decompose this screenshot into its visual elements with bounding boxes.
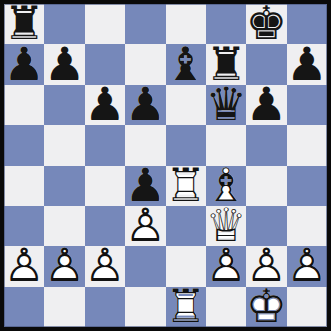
square-a6[interactable] bbox=[4, 85, 44, 125]
square-d4[interactable]: ♙♟ bbox=[125, 166, 165, 206]
white-bishop-fill-layer: ♝ bbox=[206, 165, 246, 205]
white-rook-fill-layer: ♜ bbox=[166, 286, 206, 326]
square-f6[interactable]: ♕♛ bbox=[206, 85, 246, 125]
square-c3[interactable] bbox=[85, 206, 125, 246]
square-e7[interactable]: ♗♝ bbox=[166, 44, 206, 84]
black-queen[interactable]: ♕♛ bbox=[206, 85, 246, 125]
square-c5[interactable] bbox=[85, 125, 125, 165]
square-f2[interactable]: ♟♙ bbox=[206, 246, 246, 286]
white-queen-icon: ♕ bbox=[206, 205, 246, 245]
square-e4[interactable]: ♜♖ bbox=[166, 166, 206, 206]
white-pawn-icon: ♙ bbox=[125, 205, 165, 245]
square-c7[interactable] bbox=[85, 44, 125, 84]
square-b8[interactable] bbox=[44, 4, 84, 44]
square-g1[interactable]: ♚♔ bbox=[246, 287, 286, 327]
white-pawn-icon: ♙ bbox=[246, 245, 286, 285]
white-pawn[interactable]: ♟♙ bbox=[206, 246, 246, 286]
black-rook[interactable]: ♖♜ bbox=[206, 44, 246, 84]
white-bishop[interactable]: ♝♗ bbox=[206, 166, 246, 206]
black-bishop-fill-layer: ♗ bbox=[166, 43, 206, 83]
board-frame: ♖♜♔♚♙♟♙♟♗♝♖♜♙♟♙♟♙♟♕♛♙♟♙♟♜♖♝♗♟♙♛♕♟♙♟♙♟♙♟♙… bbox=[0, 0, 331, 331]
black-pawn[interactable]: ♙♟ bbox=[125, 166, 165, 206]
white-pawn[interactable]: ♟♙ bbox=[4, 246, 44, 286]
square-h6[interactable] bbox=[287, 85, 327, 125]
white-pawn-icon: ♙ bbox=[4, 245, 44, 285]
square-d5[interactable] bbox=[125, 125, 165, 165]
black-pawn[interactable]: ♙♟ bbox=[125, 85, 165, 125]
black-queen-icon: ♛ bbox=[206, 84, 246, 124]
white-rook-icon: ♖ bbox=[166, 286, 206, 326]
square-f5[interactable] bbox=[206, 125, 246, 165]
square-h2[interactable]: ♟♙ bbox=[287, 246, 327, 286]
white-pawn[interactable]: ♟♙ bbox=[246, 246, 286, 286]
square-c2[interactable]: ♟♙ bbox=[85, 246, 125, 286]
black-pawn-fill-layer: ♙ bbox=[85, 84, 125, 124]
black-rook[interactable]: ♖♜ bbox=[4, 4, 44, 44]
black-pawn-icon: ♟ bbox=[85, 84, 125, 124]
black-king-icon: ♚ bbox=[246, 3, 286, 43]
square-e6[interactable] bbox=[166, 85, 206, 125]
square-h7[interactable]: ♙♟ bbox=[287, 44, 327, 84]
square-b3[interactable] bbox=[44, 206, 84, 246]
chess-board: ♖♜♔♚♙♟♙♟♗♝♖♜♙♟♙♟♙♟♕♛♙♟♙♟♜♖♝♗♟♙♛♕♟♙♟♙♟♙♟♙… bbox=[4, 4, 327, 327]
black-rook-fill-layer: ♖ bbox=[4, 3, 44, 43]
white-rook[interactable]: ♜♖ bbox=[166, 166, 206, 206]
square-d7[interactable] bbox=[125, 44, 165, 84]
square-d3[interactable]: ♟♙ bbox=[125, 206, 165, 246]
black-pawn[interactable]: ♙♟ bbox=[85, 85, 125, 125]
black-pawn[interactable]: ♙♟ bbox=[44, 44, 84, 84]
square-b1[interactable] bbox=[44, 287, 84, 327]
square-e2[interactable] bbox=[166, 246, 206, 286]
white-pawn[interactable]: ♟♙ bbox=[44, 246, 84, 286]
black-queen-fill-layer: ♕ bbox=[206, 84, 246, 124]
square-e5[interactable] bbox=[166, 125, 206, 165]
square-b4[interactable] bbox=[44, 166, 84, 206]
white-pawn[interactable]: ♟♙ bbox=[287, 246, 327, 286]
square-c1[interactable] bbox=[85, 287, 125, 327]
square-g3[interactable] bbox=[246, 206, 286, 246]
white-queen-fill-layer: ♛ bbox=[206, 205, 246, 245]
white-pawn-icon: ♙ bbox=[44, 245, 84, 285]
white-pawn-fill-layer: ♟ bbox=[287, 245, 327, 285]
square-b7[interactable]: ♙♟ bbox=[44, 44, 84, 84]
black-pawn-fill-layer: ♙ bbox=[4, 43, 44, 83]
square-c8[interactable] bbox=[85, 4, 125, 44]
square-a3[interactable] bbox=[4, 206, 44, 246]
white-pawn[interactable]: ♟♙ bbox=[125, 206, 165, 246]
chess-app: ♖♜♔♚♙♟♙♟♗♝♖♜♙♟♙♟♙♟♕♛♙♟♙♟♜♖♝♗♟♙♛♕♟♙♟♙♟♙♟♙… bbox=[0, 0, 331, 331]
white-pawn-fill-layer: ♟ bbox=[206, 245, 246, 285]
black-pawn[interactable]: ♙♟ bbox=[4, 44, 44, 84]
square-d8[interactable] bbox=[125, 4, 165, 44]
white-king-fill-layer: ♚ bbox=[246, 286, 286, 326]
black-pawn-fill-layer: ♙ bbox=[44, 43, 84, 83]
white-pawn[interactable]: ♟♙ bbox=[85, 246, 125, 286]
black-pawn-fill-layer: ♙ bbox=[287, 43, 327, 83]
square-b6[interactable] bbox=[44, 85, 84, 125]
square-e8[interactable] bbox=[166, 4, 206, 44]
black-pawn-icon: ♟ bbox=[125, 84, 165, 124]
square-f3[interactable]: ♛♕ bbox=[206, 206, 246, 246]
square-f1[interactable] bbox=[206, 287, 246, 327]
square-a2[interactable]: ♟♙ bbox=[4, 246, 44, 286]
square-d2[interactable] bbox=[125, 246, 165, 286]
black-king-fill-layer: ♔ bbox=[246, 3, 286, 43]
black-pawn-fill-layer: ♙ bbox=[125, 165, 165, 205]
white-pawn-icon: ♙ bbox=[85, 245, 125, 285]
black-pawn-icon: ♟ bbox=[44, 43, 84, 83]
square-h8[interactable] bbox=[287, 4, 327, 44]
black-rook-icon: ♜ bbox=[206, 43, 246, 83]
white-pawn-icon: ♙ bbox=[206, 245, 246, 285]
black-pawn-icon: ♟ bbox=[246, 84, 286, 124]
square-a7[interactable]: ♙♟ bbox=[4, 44, 44, 84]
white-king-icon: ♔ bbox=[246, 286, 286, 326]
black-pawn-fill-layer: ♙ bbox=[125, 84, 165, 124]
square-d6[interactable]: ♙♟ bbox=[125, 85, 165, 125]
square-b2[interactable]: ♟♙ bbox=[44, 246, 84, 286]
black-pawn-icon: ♟ bbox=[287, 43, 327, 83]
black-rook-fill-layer: ♖ bbox=[206, 43, 246, 83]
square-c4[interactable] bbox=[85, 166, 125, 206]
white-pawn-fill-layer: ♟ bbox=[4, 245, 44, 285]
square-h1[interactable] bbox=[287, 287, 327, 327]
square-e3[interactable] bbox=[166, 206, 206, 246]
square-g2[interactable]: ♟♙ bbox=[246, 246, 286, 286]
square-e1[interactable]: ♜♖ bbox=[166, 287, 206, 327]
square-g4[interactable] bbox=[246, 166, 286, 206]
square-h4[interactable] bbox=[287, 166, 327, 206]
white-pawn-fill-layer: ♟ bbox=[125, 205, 165, 245]
square-f8[interactable] bbox=[206, 4, 246, 44]
square-a1[interactable] bbox=[4, 287, 44, 327]
black-pawn[interactable]: ♙♟ bbox=[246, 85, 286, 125]
black-rook-icon: ♜ bbox=[4, 3, 44, 43]
square-f7[interactable]: ♖♜ bbox=[206, 44, 246, 84]
black-bishop[interactable]: ♗♝ bbox=[166, 44, 206, 84]
black-pawn-icon: ♟ bbox=[4, 43, 44, 83]
square-h3[interactable] bbox=[287, 206, 327, 246]
black-pawn[interactable]: ♙♟ bbox=[287, 44, 327, 84]
white-pawn-icon: ♙ bbox=[287, 245, 327, 285]
square-a8[interactable]: ♖♜ bbox=[4, 4, 44, 44]
square-f4[interactable]: ♝♗ bbox=[206, 166, 246, 206]
black-pawn-icon: ♟ bbox=[125, 165, 165, 205]
black-pawn-fill-layer: ♙ bbox=[246, 84, 286, 124]
black-bishop-icon: ♝ bbox=[166, 43, 206, 83]
white-queen[interactable]: ♛♕ bbox=[206, 206, 246, 246]
square-g5[interactable] bbox=[246, 125, 286, 165]
white-rook-fill-layer: ♜ bbox=[166, 165, 206, 205]
white-pawn-fill-layer: ♟ bbox=[246, 245, 286, 285]
square-g6[interactable]: ♙♟ bbox=[246, 85, 286, 125]
square-c6[interactable]: ♙♟ bbox=[85, 85, 125, 125]
white-pawn-fill-layer: ♟ bbox=[85, 245, 125, 285]
white-king[interactable]: ♚♔ bbox=[246, 287, 286, 327]
square-a5[interactable] bbox=[4, 125, 44, 165]
square-a4[interactable] bbox=[4, 166, 44, 206]
square-d1[interactable] bbox=[125, 287, 165, 327]
square-b5[interactable] bbox=[44, 125, 84, 165]
square-h5[interactable] bbox=[287, 125, 327, 165]
square-g7[interactable] bbox=[246, 44, 286, 84]
white-pawn-fill-layer: ♟ bbox=[44, 245, 84, 285]
white-rook[interactable]: ♜♖ bbox=[166, 287, 206, 327]
black-king[interactable]: ♔♚ bbox=[246, 4, 286, 44]
white-bishop-icon: ♗ bbox=[206, 165, 246, 205]
square-g8[interactable]: ♔♚ bbox=[246, 4, 286, 44]
white-rook-icon: ♖ bbox=[166, 165, 206, 205]
